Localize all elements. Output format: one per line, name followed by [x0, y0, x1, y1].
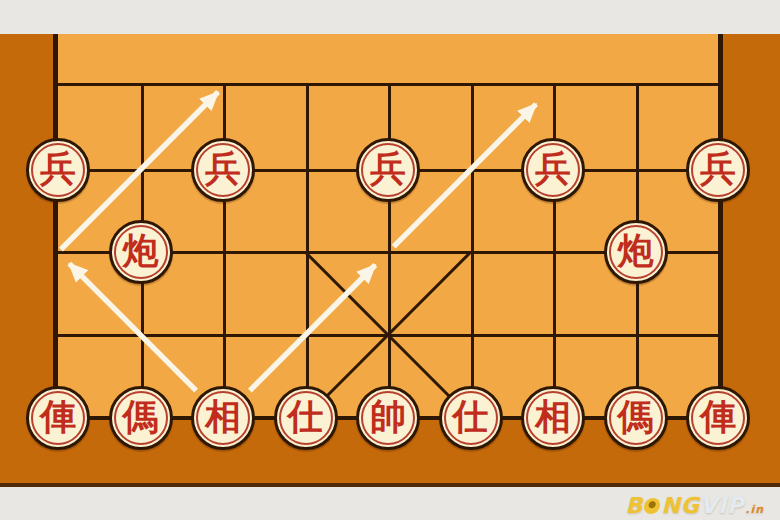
- piece-inner-ring: 俥: [31, 391, 85, 445]
- piece-inner-ring: 兵: [526, 143, 580, 197]
- piece-inner-ring: 帥: [361, 391, 415, 445]
- piece-glyph: 相: [205, 399, 241, 435]
- piece-glyph: 相: [535, 399, 571, 435]
- board-cell: [388, 251, 471, 334]
- board-cell: [306, 251, 389, 334]
- board-cell: [223, 251, 306, 334]
- piece-inner-ring: 傌: [114, 391, 168, 445]
- piece-glyph: 兵: [205, 151, 241, 187]
- piece-soldier-c4[interactable]: 兵: [191, 138, 255, 202]
- piece-glyph: 兵: [370, 151, 406, 187]
- piece-inner-ring: 兵: [361, 143, 415, 197]
- piece-chariot-i1[interactable]: 俥: [686, 386, 750, 450]
- piece-cannon-b3[interactable]: 炮: [109, 220, 173, 284]
- piece-elephant-g1[interactable]: 相: [521, 386, 585, 450]
- piece-general-e1[interactable]: 帥: [356, 386, 420, 450]
- board-cell: [471, 251, 554, 334]
- piece-soldier-g4[interactable]: 兵: [521, 138, 585, 202]
- watermark-text-tld: .in: [745, 503, 764, 516]
- piece-glyph: 炮: [618, 233, 654, 269]
- piece-glyph: 俥: [700, 399, 736, 435]
- piece-inner-ring: 相: [196, 391, 250, 445]
- piece-glyph: 帥: [370, 399, 406, 435]
- piece-inner-ring: 相: [526, 391, 580, 445]
- watermark-text-ng: NG: [661, 493, 699, 518]
- watermark-text-vip: VIP: [700, 493, 744, 518]
- piece-inner-ring: 俥: [691, 391, 745, 445]
- top-letterbox-band: [0, 0, 780, 34]
- watermark-text-b: B: [626, 493, 644, 518]
- river-area: [58, 34, 718, 83]
- piece-inner-ring: 兵: [691, 143, 745, 197]
- piece-glyph: 俥: [40, 399, 76, 435]
- piece-glyph: 兵: [535, 151, 571, 187]
- piece-glyph: 傌: [618, 399, 654, 435]
- piece-glyph: 仕: [288, 399, 324, 435]
- piece-horse-h1[interactable]: 傌: [604, 386, 668, 450]
- piece-advisor-d1[interactable]: 仕: [274, 386, 338, 450]
- piece-inner-ring: 仕: [279, 391, 333, 445]
- piece-inner-ring: 兵: [196, 143, 250, 197]
- piece-inner-ring: 仕: [444, 391, 498, 445]
- watermark-logo-o-icon: [643, 498, 661, 514]
- piece-inner-ring: 傌: [609, 391, 663, 445]
- piece-soldier-i4[interactable]: 兵: [686, 138, 750, 202]
- piece-inner-ring: 炮: [609, 225, 663, 279]
- watermark-bongvip: B NG VIP .in: [626, 493, 764, 518]
- piece-horse-b1[interactable]: 傌: [109, 386, 173, 450]
- piece-elephant-c1[interactable]: 相: [191, 386, 255, 450]
- piece-glyph: 炮: [123, 233, 159, 269]
- piece-inner-ring: 炮: [114, 225, 168, 279]
- piece-soldier-a4[interactable]: 兵: [26, 138, 90, 202]
- piece-chariot-a1[interactable]: 俥: [26, 386, 90, 450]
- piece-glyph: 仕: [453, 399, 489, 435]
- piece-advisor-f1[interactable]: 仕: [439, 386, 503, 450]
- piece-soldier-e4[interactable]: 兵: [356, 138, 420, 202]
- piece-inner-ring: 兵: [31, 143, 85, 197]
- piece-cannon-h3[interactable]: 炮: [604, 220, 668, 284]
- xiangqi-tutorial-screenshot: 兵兵兵兵兵炮炮俥傌相仕帥仕相傌俥 B NG VIP .in: [0, 0, 780, 520]
- piece-glyph: 兵: [700, 151, 736, 187]
- piece-glyph: 兵: [40, 151, 76, 187]
- piece-glyph: 傌: [123, 399, 159, 435]
